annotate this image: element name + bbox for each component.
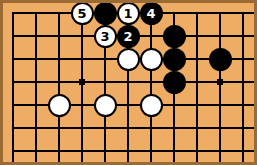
go-board: 51432 (0, 0, 257, 165)
star-point (79, 79, 85, 85)
move-number-label: 3 (100, 30, 109, 43)
move-number-label: 4 (146, 7, 155, 20)
stone-black (209, 48, 232, 71)
stone-white-5: 5 (71, 2, 94, 25)
stone-black-2: 2 (117, 25, 140, 48)
stone-white (140, 94, 163, 117)
move-number-label: 5 (77, 7, 86, 20)
star-point (217, 79, 223, 85)
stone-black (94, 2, 117, 25)
grid-line-horizontal (12, 150, 254, 152)
stone-black (163, 71, 186, 94)
stone-white-1: 1 (117, 2, 140, 25)
stone-black-4: 4 (140, 2, 163, 25)
stone-black (163, 48, 186, 71)
move-number-label: 1 (123, 7, 132, 20)
stone-white-3: 3 (94, 25, 117, 48)
stone-white (94, 94, 117, 117)
stone-white (117, 48, 140, 71)
move-number-label: 2 (123, 30, 132, 43)
grid-line-horizontal (12, 127, 254, 129)
stone-white (48, 94, 71, 117)
stone-white (140, 48, 163, 71)
stone-black (163, 25, 186, 48)
